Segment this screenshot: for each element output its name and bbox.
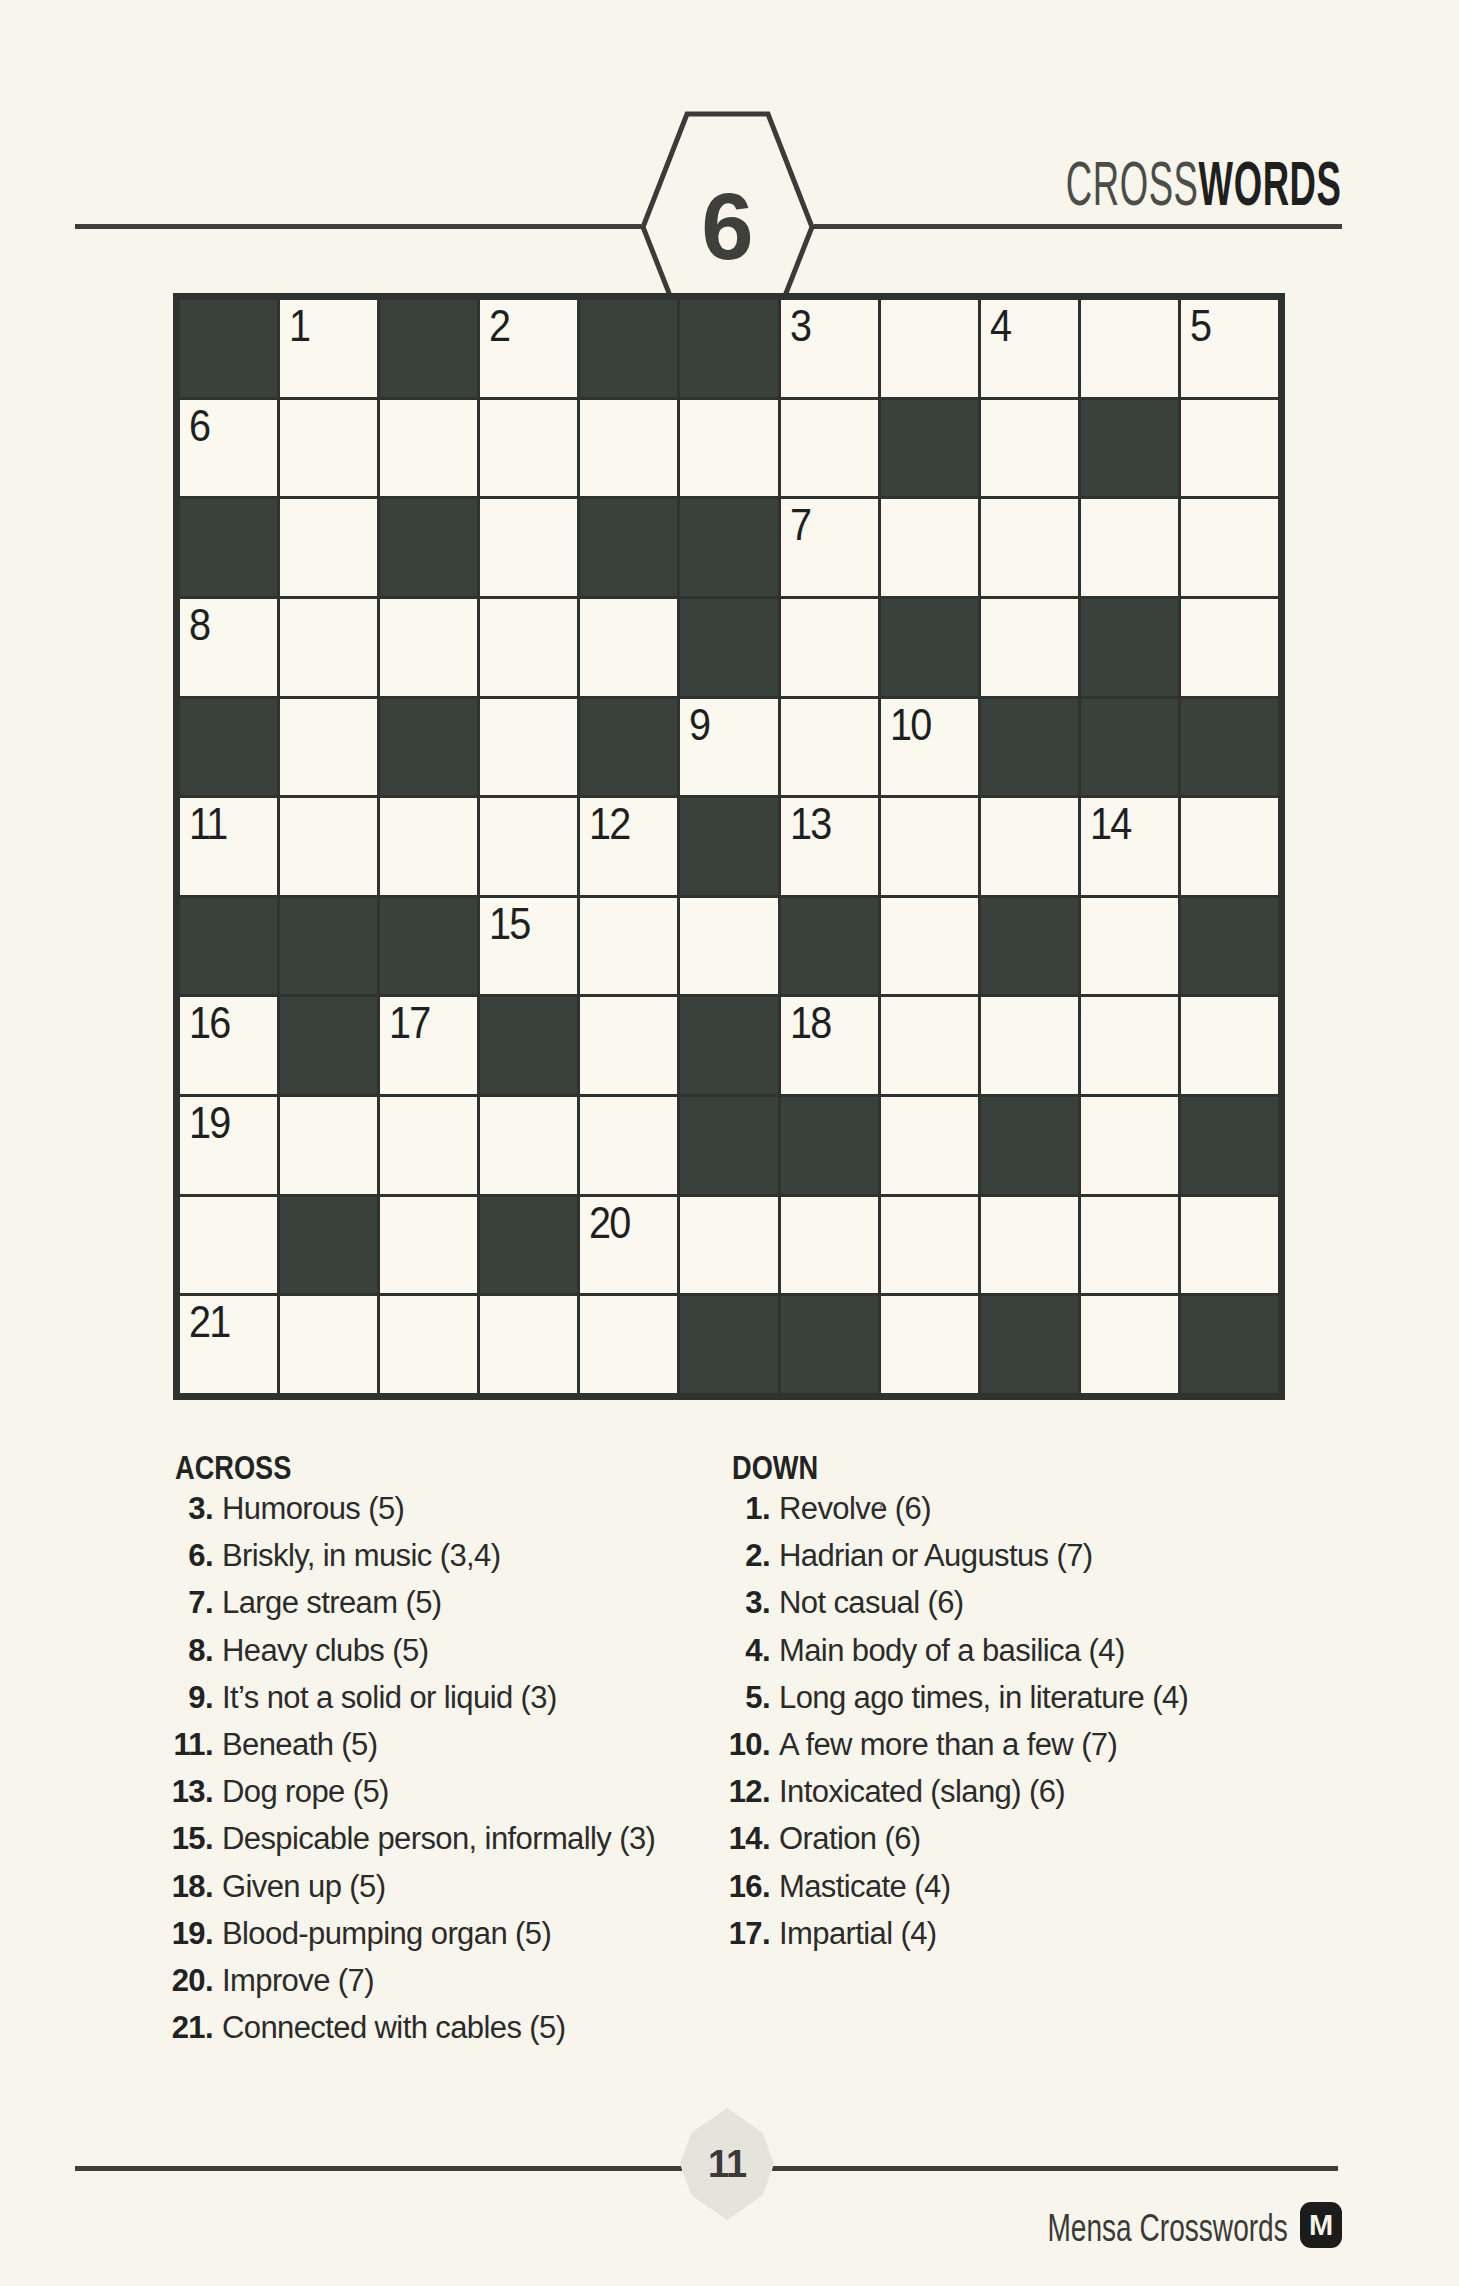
grid-cell-r10c3[interactable] <box>480 1296 577 1393</box>
cell-number: 5 <box>1190 303 1210 348</box>
grid-cell-r6c3[interactable]: 15 <box>480 898 577 995</box>
grid-cell-r6c4[interactable] <box>580 898 677 995</box>
grid-cell-r6c0 <box>180 898 277 995</box>
grid-cell-r6c10 <box>1181 898 1278 995</box>
grid-cell-r1c8[interactable] <box>981 400 1078 497</box>
grid-cell-r10c9[interactable] <box>1081 1296 1178 1393</box>
title-light-part: CROSS <box>1066 148 1199 218</box>
cell-number: 12 <box>589 801 630 846</box>
grid-cell-r7c5 <box>680 997 777 1094</box>
grid-cell-r4c6[interactable] <box>781 699 878 796</box>
clue-text: Humorous (5) <box>213 1491 404 1527</box>
clue-item: 19.Blood-pumping organ (5) <box>163 1916 783 1963</box>
grid-cell-r3c9 <box>1081 599 1178 696</box>
grid-cell-r8c2[interactable] <box>380 1097 477 1194</box>
clue-text: Blood-pumping organ (5) <box>213 1916 551 1952</box>
grid-cell-r1c1[interactable] <box>280 400 377 497</box>
clue-number: 17. <box>720 1916 770 1952</box>
header-rule-right <box>814 224 1342 229</box>
clue-item: 2.Hadrian or Augustus (7) <box>720 1538 1340 1585</box>
clue-number: 21. <box>163 2010 213 2046</box>
grid-cell-r6c8 <box>981 898 1078 995</box>
clue-item: 8.Heavy clubs (5) <box>163 1633 783 1680</box>
grid-cell-r9c6[interactable] <box>781 1197 878 1294</box>
grid-cell-r9c5[interactable] <box>680 1197 777 1294</box>
cell-number: 4 <box>990 303 1010 348</box>
grid-cell-r2c9[interactable] <box>1081 499 1178 596</box>
clue-item: 4.Main body of a basilica (4) <box>720 1633 1340 1680</box>
grid-cell-r0c2 <box>380 300 477 397</box>
clue-text: Connected with cables (5) <box>213 2010 565 2046</box>
clue-item: 10.A few more than a few (7) <box>720 1727 1340 1774</box>
grid-cell-r4c9 <box>1081 699 1178 796</box>
clue-text: Revolve (6) <box>770 1491 931 1527</box>
footer-rule-right <box>772 2166 1338 2171</box>
cell-number: 8 <box>189 602 209 647</box>
cell-number: 7 <box>790 502 810 547</box>
clue-text: Dog rope (5) <box>213 1774 389 1810</box>
grid-cell-r8c4[interactable] <box>580 1097 677 1194</box>
grid-cell-r7c6[interactable]: 18 <box>781 997 878 1094</box>
grid-cell-r9c0[interactable] <box>180 1197 277 1294</box>
grid-cell-r7c1 <box>280 997 377 1094</box>
grid-cell-r6c5[interactable] <box>680 898 777 995</box>
grid-cell-r0c4 <box>580 300 677 397</box>
grid-cell-r5c1[interactable] <box>280 798 377 895</box>
grid-cell-r6c7[interactable] <box>881 898 978 995</box>
clue-item: 3.Not casual (6) <box>720 1585 1340 1632</box>
mensa-logo-icon: M <box>1300 2202 1342 2248</box>
clue-number: 3. <box>163 1491 213 1527</box>
clue-text: Intoxicated (slang) (6) <box>770 1774 1065 1810</box>
grid-cell-r9c9[interactable] <box>1081 1197 1178 1294</box>
grid-cell-r0c10[interactable]: 5 <box>1181 300 1278 397</box>
clue-item: 7.Large stream (5) <box>163 1585 783 1632</box>
clue-item: 12.Intoxicated (slang) (6) <box>720 1774 1340 1821</box>
clue-item: 16.Masticate (4) <box>720 1869 1340 1916</box>
crossword-grid: 123456789101112131415161718192021 <box>173 293 1285 1400</box>
clue-text: It’s not a solid or liquid (3) <box>213 1680 557 1716</box>
grid-cell-r3c0[interactable]: 8 <box>180 599 277 696</box>
cell-number: 17 <box>389 1000 430 1045</box>
grid-cell-r2c6[interactable]: 7 <box>781 499 878 596</box>
grid-cell-r3c7 <box>881 599 978 696</box>
grid-cell-r3c3[interactable] <box>480 599 577 696</box>
grid-cell-r7c3 <box>480 997 577 1094</box>
grid-cell-r7c7[interactable] <box>881 997 978 1094</box>
grid-cell-r9c10[interactable] <box>1181 1197 1278 1294</box>
clue-item: 11.Beneath (5) <box>163 1727 783 1774</box>
grid-cell-r2c0 <box>180 499 277 596</box>
grid-cell-r1c6[interactable] <box>781 400 878 497</box>
grid-cell-r0c1[interactable]: 1 <box>280 300 377 397</box>
grid-cell-r3c1[interactable] <box>280 599 377 696</box>
grid-cell-r10c0[interactable]: 21 <box>180 1296 277 1393</box>
grid-cell-r8c7[interactable] <box>881 1097 978 1194</box>
cell-number: 1 <box>289 303 309 348</box>
clue-text: Long ago times, in literature (4) <box>770 1680 1188 1716</box>
grid-cell-r0c6[interactable]: 3 <box>781 300 878 397</box>
grid-cell-r7c4[interactable] <box>580 997 677 1094</box>
grid-cell-r5c5 <box>680 798 777 895</box>
cell-number: 6 <box>189 403 209 448</box>
grid-cell-r1c2[interactable] <box>380 400 477 497</box>
grid-cell-r8c9[interactable] <box>1081 1097 1178 1194</box>
clue-number: 8. <box>163 1633 213 1669</box>
grid-cell-r8c5 <box>680 1097 777 1194</box>
grid-cell-r4c4 <box>580 699 677 796</box>
grid-cell-r7c8[interactable] <box>981 997 1078 1094</box>
grid-cell-r5c9[interactable]: 14 <box>1081 798 1178 895</box>
cell-number: 13 <box>790 801 831 846</box>
down-clues-section: DOWN 1.Revolve (6)2.Hadrian or Augustus … <box>720 1448 1340 1963</box>
grid-cell-r4c8 <box>981 699 1078 796</box>
page-number-badge: 11 <box>680 2108 774 2220</box>
page-number: 11 <box>708 2143 746 2186</box>
clue-number: 3. <box>720 1585 770 1621</box>
grid-cell-r3c10[interactable] <box>1181 599 1278 696</box>
grid-cell-r8c10 <box>1181 1097 1278 1194</box>
grid-cell-r1c3[interactable] <box>480 400 577 497</box>
grid-cell-r5c8[interactable] <box>981 798 1078 895</box>
grid-cell-r7c10[interactable] <box>1181 997 1278 1094</box>
grid-cell-r2c5 <box>680 499 777 596</box>
grid-cell-r1c5[interactable] <box>680 400 777 497</box>
clue-number: 11. <box>163 1727 213 1763</box>
page-title: CROSSWORDS <box>1066 147 1342 219</box>
grid-cell-r7c9[interactable] <box>1081 997 1178 1094</box>
grid-cell-r9c1 <box>280 1197 377 1294</box>
clue-text: Despicable person, informally (3) <box>213 1821 655 1857</box>
grid-cell-r8c3[interactable] <box>480 1097 577 1194</box>
grid-cell-r7c2[interactable]: 17 <box>380 997 477 1094</box>
cell-number: 19 <box>189 1100 230 1145</box>
grid-cell-r5c10[interactable] <box>1181 798 1278 895</box>
clue-item: 18.Given up (5) <box>163 1869 783 1916</box>
clue-text: Beneath (5) <box>213 1727 377 1763</box>
clue-text: Improve (7) <box>213 1963 374 1999</box>
clue-number: 16. <box>720 1869 770 1905</box>
across-clue-list: 3.Humorous (5)6.Briskly, in music (3,4)7… <box>163 1491 783 2057</box>
grid-cell-r3c6[interactable] <box>781 599 878 696</box>
mensa-logo-letter: M <box>1309 2209 1333 2242</box>
grid-cell-r9c2[interactable] <box>380 1197 477 1294</box>
book-title: Mensa Crosswords <box>1048 2206 1288 2250</box>
grid-cell-r10c10 <box>1181 1296 1278 1393</box>
clue-text: Given up (5) <box>213 1869 385 1905</box>
clue-number: 9. <box>163 1680 213 1716</box>
clue-number: 5. <box>720 1680 770 1716</box>
grid-cell-r7c0[interactable]: 16 <box>180 997 277 1094</box>
clue-item: 9.It’s not a solid or liquid (3) <box>163 1680 783 1727</box>
grid-cell-r5c0[interactable]: 11 <box>180 798 277 895</box>
clue-number: 18. <box>163 1869 213 1905</box>
clue-number: 4. <box>720 1633 770 1669</box>
grid-cell-r2c8[interactable] <box>981 499 1078 596</box>
clue-item: 6.Briskly, in music (3,4) <box>163 1538 783 1585</box>
cell-number: 14 <box>1090 801 1131 846</box>
grid-cell-r2c4 <box>580 499 677 596</box>
grid-cell-r6c6 <box>781 898 878 995</box>
cell-number: 18 <box>790 1000 831 1045</box>
grid-cell-r3c8[interactable] <box>981 599 1078 696</box>
cell-number: 9 <box>689 702 709 747</box>
across-heading: ACROSS <box>175 1448 661 1487</box>
cell-number: 3 <box>790 303 810 348</box>
grid-cell-r4c1[interactable] <box>280 699 377 796</box>
grid-cell-r6c9[interactable] <box>1081 898 1178 995</box>
grid-cell-r9c8[interactable] <box>981 1197 1078 1294</box>
cell-number: 16 <box>189 1000 230 1045</box>
grid-cell-r10c4[interactable] <box>580 1296 677 1393</box>
grid-cell-r5c6[interactable]: 13 <box>781 798 878 895</box>
clue-item: 13.Dog rope (5) <box>163 1774 783 1821</box>
clue-text: A few more than a few (7) <box>770 1727 1117 1763</box>
clue-text: Oration (6) <box>770 1821 921 1857</box>
clue-number: 1. <box>720 1491 770 1527</box>
grid-cell-r3c2[interactable] <box>380 599 477 696</box>
grid-cell-r2c1[interactable] <box>280 499 377 596</box>
grid-cell-r0c3[interactable]: 2 <box>480 300 577 397</box>
grid-cell-r4c5[interactable]: 9 <box>680 699 777 796</box>
cell-number: 15 <box>489 901 530 946</box>
grid-cell-r1c10[interactable] <box>1181 400 1278 497</box>
grid-cell-r9c4[interactable]: 20 <box>580 1197 677 1294</box>
clue-item: 14.Oration (6) <box>720 1821 1340 1868</box>
clue-number: 12. <box>720 1774 770 1810</box>
cell-number: 21 <box>189 1299 230 1344</box>
down-clue-list: 1.Revolve (6)2.Hadrian or Augustus (7)3.… <box>720 1491 1340 1963</box>
clue-number: 2. <box>720 1538 770 1574</box>
grid-cell-r4c0 <box>180 699 277 796</box>
grid-cell-r4c2 <box>380 699 477 796</box>
down-heading: DOWN <box>732 1448 1218 1487</box>
grid-cell-r6c1 <box>280 898 377 995</box>
grid-cell-r2c3[interactable] <box>480 499 577 596</box>
grid-cell-r1c7 <box>881 400 978 497</box>
cell-number: 20 <box>589 1200 630 1245</box>
grid-cell-r1c4[interactable] <box>580 400 677 497</box>
grid-cell-r10c6 <box>781 1296 878 1393</box>
grid-cell-r5c3[interactable] <box>480 798 577 895</box>
grid-cell-r8c1[interactable] <box>280 1097 377 1194</box>
grid-cell-r10c2[interactable] <box>380 1296 477 1393</box>
clue-item: 1.Revolve (6) <box>720 1491 1340 1538</box>
clue-item: 21.Connected with cables (5) <box>163 2010 783 2057</box>
header-rule-left <box>75 224 641 229</box>
grid-cell-r10c1[interactable] <box>280 1296 377 1393</box>
clue-number: 20. <box>163 1963 213 1999</box>
grid-cell-r6c2 <box>380 898 477 995</box>
clue-number: 13. <box>163 1774 213 1810</box>
grid-cell-r2c10[interactable] <box>1181 499 1278 596</box>
grid-cell-r10c8 <box>981 1296 1078 1393</box>
clue-text: Main body of a basilica (4) <box>770 1633 1125 1669</box>
grid-cell-r4c3[interactable] <box>480 699 577 796</box>
grid-cell-r5c4[interactable]: 12 <box>580 798 677 895</box>
grid-cell-r2c2 <box>380 499 477 596</box>
across-clues-section: ACROSS 3.Humorous (5)6.Briskly, in music… <box>163 1448 783 2057</box>
grid-cell-r5c2[interactable] <box>380 798 477 895</box>
clue-item: 15.Despicable person, informally (3) <box>163 1821 783 1868</box>
clue-number: 19. <box>163 1916 213 1952</box>
grid-cell-r2c7[interactable] <box>881 499 978 596</box>
grid-cell-r1c0[interactable]: 6 <box>180 400 277 497</box>
clue-text: Large stream (5) <box>213 1585 442 1621</box>
clue-number: 7. <box>163 1585 213 1621</box>
clue-text: Heavy clubs (5) <box>213 1633 428 1669</box>
grid-cell-r9c7[interactable] <box>881 1197 978 1294</box>
grid-cell-r0c5 <box>680 300 777 397</box>
grid-cell-r0c0 <box>180 300 277 397</box>
cell-number: 2 <box>489 303 509 348</box>
cell-number: 11 <box>189 801 227 846</box>
grid-cell-r3c4[interactable] <box>580 599 677 696</box>
clue-number: 15. <box>163 1821 213 1857</box>
cell-number: 10 <box>890 702 931 747</box>
clue-item: 17.Impartial (4) <box>720 1916 1340 1963</box>
clue-item: 20.Improve (7) <box>163 1963 783 2010</box>
clue-text: Impartial (4) <box>770 1916 937 1952</box>
clue-text: Hadrian or Augustus (7) <box>770 1538 1093 1574</box>
clue-number: 14. <box>720 1821 770 1857</box>
footer-rule-left <box>75 2166 682 2171</box>
grid-cell-r10c5 <box>680 1296 777 1393</box>
grid-cell-r8c0[interactable]: 19 <box>180 1097 277 1194</box>
title-bold-part: WORDS <box>1199 148 1342 218</box>
grid-cell-r10c7[interactable] <box>881 1296 978 1393</box>
grid-cell-r0c9[interactable] <box>1081 300 1178 397</box>
print-artifact-mark: ’ <box>878 1496 884 1527</box>
grid-cell-r0c8[interactable]: 4 <box>981 300 1078 397</box>
grid-cell-r9c3 <box>480 1197 577 1294</box>
clue-text: Masticate (4) <box>770 1869 950 1905</box>
grid-cell-r3c5 <box>680 599 777 696</box>
grid-cell-r0c7[interactable] <box>881 300 978 397</box>
clue-number: 6. <box>163 1538 213 1574</box>
grid-cell-r1c9 <box>1081 400 1178 497</box>
clue-item: 3.Humorous (5) <box>163 1491 783 1538</box>
grid-cell-r4c7[interactable]: 10 <box>881 699 978 796</box>
grid-cell-r5c7[interactable] <box>881 798 978 895</box>
clue-number: 10. <box>720 1727 770 1763</box>
grid-cell-r4c10 <box>1181 699 1278 796</box>
clue-text: Not casual (6) <box>770 1585 964 1621</box>
clue-item: 5.Long ago times, in literature (4) <box>720 1680 1340 1727</box>
grid-cell-r8c6 <box>781 1097 878 1194</box>
clue-text: Briskly, in music (3,4) <box>213 1538 500 1574</box>
grid-cell-r8c8 <box>981 1097 1078 1194</box>
